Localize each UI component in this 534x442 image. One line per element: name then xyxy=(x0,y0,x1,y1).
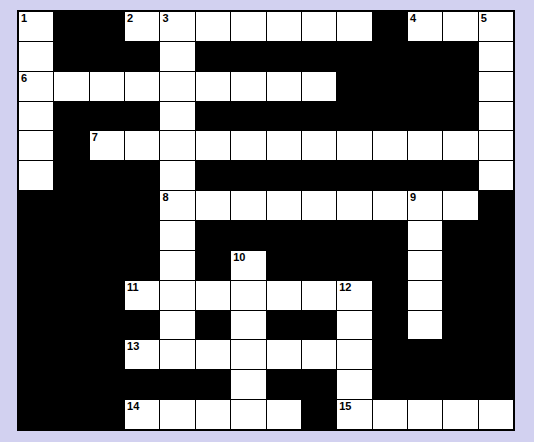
white-cell-r4c10[interactable] xyxy=(373,131,407,160)
white-cell-r4c13[interactable] xyxy=(479,131,513,160)
white-cell-r1c4[interactable] xyxy=(160,42,194,71)
white-cell-r2c5[interactable] xyxy=(196,72,230,101)
white-cell-r0c8[interactable] xyxy=(302,12,336,41)
white-cell-r0c9[interactable] xyxy=(337,12,371,41)
black-cell-r12c8 xyxy=(302,370,336,399)
white-cell-r13c12[interactable] xyxy=(443,400,477,429)
black-cell-r3c3 xyxy=(125,102,159,131)
white-cell-r3c13[interactable] xyxy=(479,102,513,131)
black-cell-r7c12 xyxy=(443,221,477,250)
black-cell-r3c8 xyxy=(302,102,336,131)
black-cell-r6c1 xyxy=(54,191,88,220)
black-cell-r11c13 xyxy=(479,340,513,369)
black-cell-r12c0 xyxy=(19,370,53,399)
white-cell-r11c3[interactable]: 13 xyxy=(125,340,159,369)
black-cell-r5c7 xyxy=(267,161,301,190)
black-cell-r0c2 xyxy=(90,12,124,41)
black-cell-r7c7 xyxy=(267,221,301,250)
white-cell-r9c8[interactable] xyxy=(302,281,336,310)
black-cell-r5c11 xyxy=(408,161,442,190)
black-cell-r5c12 xyxy=(443,161,477,190)
white-cell-r0c0[interactable]: 1 xyxy=(19,12,53,41)
black-cell-r8c7 xyxy=(267,251,301,280)
black-cell-r3c10 xyxy=(373,102,407,131)
white-cell-r6c12[interactable] xyxy=(443,191,477,220)
white-cell-r1c0[interactable] xyxy=(19,42,53,71)
white-cell-r5c0[interactable] xyxy=(19,161,53,190)
clue-number-8: 8 xyxy=(162,191,168,204)
black-cell-r13c8 xyxy=(302,400,336,429)
crossword-grid: 123456789101112131415 xyxy=(17,10,515,431)
clue-number-15: 15 xyxy=(339,400,351,413)
black-cell-r7c10 xyxy=(373,221,407,250)
black-cell-r8c13 xyxy=(479,251,513,280)
white-cell-r4c4[interactable] xyxy=(160,131,194,160)
white-cell-r13c9[interactable]: 15 xyxy=(337,400,371,429)
black-cell-r0c1 xyxy=(54,12,88,41)
page-background: { "game": "crossword", "grid_size": { "r… xyxy=(0,0,534,442)
white-cell-r0c13[interactable]: 5 xyxy=(479,12,513,41)
black-cell-r7c8 xyxy=(302,221,336,250)
black-cell-r12c2 xyxy=(90,370,124,399)
black-cell-r12c4 xyxy=(160,370,194,399)
black-cell-r10c10 xyxy=(373,311,407,340)
white-cell-r2c4[interactable] xyxy=(160,72,194,101)
white-cell-r4c8[interactable] xyxy=(302,131,336,160)
black-cell-r5c2 xyxy=(90,161,124,190)
white-cell-r9c9[interactable]: 12 xyxy=(337,281,371,310)
black-cell-r10c2 xyxy=(90,311,124,340)
white-cell-r10c11[interactable] xyxy=(408,311,442,340)
white-cell-r2c13[interactable] xyxy=(479,72,513,101)
black-cell-r5c10 xyxy=(373,161,407,190)
black-cell-r10c7 xyxy=(267,311,301,340)
black-cell-r1c8 xyxy=(302,42,336,71)
white-cell-r13c10[interactable] xyxy=(373,400,407,429)
white-cell-r12c6[interactable] xyxy=(231,370,265,399)
white-cell-r4c0[interactable] xyxy=(19,131,53,160)
black-cell-r12c5 xyxy=(196,370,230,399)
white-cell-r4c2[interactable]: 7 xyxy=(90,131,124,160)
black-cell-r2c9 xyxy=(337,72,371,101)
black-cell-r12c13 xyxy=(479,370,513,399)
black-cell-r10c8 xyxy=(302,311,336,340)
white-cell-r13c7[interactable] xyxy=(267,400,301,429)
white-cell-r4c3[interactable] xyxy=(125,131,159,160)
white-cell-r9c3[interactable]: 11 xyxy=(125,281,159,310)
white-cell-r13c6[interactable] xyxy=(231,400,265,429)
white-cell-r4c7[interactable] xyxy=(267,131,301,160)
white-cell-r9c11[interactable] xyxy=(408,281,442,310)
clue-number-7: 7 xyxy=(92,131,98,144)
black-cell-r7c1 xyxy=(54,221,88,250)
black-cell-r5c8 xyxy=(302,161,336,190)
black-cell-r5c1 xyxy=(54,161,88,190)
black-cell-r13c0 xyxy=(19,400,53,429)
black-cell-r12c10 xyxy=(373,370,407,399)
white-cell-r2c8[interactable] xyxy=(302,72,336,101)
black-cell-r3c7 xyxy=(267,102,301,131)
white-cell-r10c6[interactable] xyxy=(231,311,265,340)
white-cell-r6c8[interactable] xyxy=(302,191,336,220)
black-cell-r8c10 xyxy=(373,251,407,280)
white-cell-r6c9[interactable] xyxy=(337,191,371,220)
white-cell-r1c13[interactable] xyxy=(479,42,513,71)
white-cell-r2c7[interactable] xyxy=(267,72,301,101)
black-cell-r3c1 xyxy=(54,102,88,131)
black-cell-r0c10 xyxy=(373,12,407,41)
white-cell-r4c12[interactable] xyxy=(443,131,477,160)
black-cell-r9c2 xyxy=(90,281,124,310)
black-cell-r7c0 xyxy=(19,221,53,250)
white-cell-r13c11[interactable] xyxy=(408,400,442,429)
white-cell-r2c3[interactable] xyxy=(125,72,159,101)
black-cell-r7c3 xyxy=(125,221,159,250)
clue-number-11: 11 xyxy=(127,281,139,294)
white-cell-r4c5[interactable] xyxy=(196,131,230,160)
black-cell-r1c1 xyxy=(54,42,88,71)
black-cell-r10c0 xyxy=(19,311,53,340)
clue-number-12: 12 xyxy=(339,281,351,294)
black-cell-r5c3 xyxy=(125,161,159,190)
black-cell-r1c7 xyxy=(267,42,301,71)
black-cell-r8c3 xyxy=(125,251,159,280)
white-cell-r7c4[interactable] xyxy=(160,221,194,250)
black-cell-r2c11 xyxy=(408,72,442,101)
black-cell-r1c9 xyxy=(337,42,371,71)
black-cell-r11c0 xyxy=(19,340,53,369)
black-cell-r13c1 xyxy=(54,400,88,429)
black-cell-r6c0 xyxy=(19,191,53,220)
clue-number-3: 3 xyxy=(162,12,168,25)
black-cell-r11c12 xyxy=(443,340,477,369)
white-cell-r6c10[interactable] xyxy=(373,191,407,220)
black-cell-r1c3 xyxy=(125,42,159,71)
white-cell-r2c6[interactable] xyxy=(231,72,265,101)
black-cell-r8c5 xyxy=(196,251,230,280)
black-cell-r1c12 xyxy=(443,42,477,71)
black-cell-r7c5 xyxy=(196,221,230,250)
white-cell-r0c7[interactable] xyxy=(267,12,301,41)
white-cell-r11c7[interactable] xyxy=(267,340,301,369)
black-cell-r10c5 xyxy=(196,311,230,340)
black-cell-r8c2 xyxy=(90,251,124,280)
black-cell-r8c0 xyxy=(19,251,53,280)
black-cell-r1c5 xyxy=(196,42,230,71)
black-cell-r9c1 xyxy=(54,281,88,310)
black-cell-r3c6 xyxy=(231,102,265,131)
clue-number-1: 1 xyxy=(21,12,27,25)
black-cell-r7c13 xyxy=(479,221,513,250)
white-cell-r9c5[interactable] xyxy=(196,281,230,310)
white-cell-r2c0[interactable]: 6 xyxy=(19,72,53,101)
white-cell-r9c4[interactable] xyxy=(160,281,194,310)
black-cell-r5c6 xyxy=(231,161,265,190)
white-cell-r12c9[interactable] xyxy=(337,370,371,399)
black-cell-r5c9 xyxy=(337,161,371,190)
black-cell-r2c10 xyxy=(373,72,407,101)
clue-number-9: 9 xyxy=(410,191,416,204)
clue-number-14: 14 xyxy=(127,400,139,413)
black-cell-r6c13 xyxy=(479,191,513,220)
clue-number-2: 2 xyxy=(127,12,133,25)
white-cell-r6c7[interactable] xyxy=(267,191,301,220)
white-cell-r13c13[interactable] xyxy=(479,400,513,429)
clue-number-5: 5 xyxy=(481,12,487,25)
black-cell-r1c6 xyxy=(231,42,265,71)
white-cell-r13c3[interactable]: 14 xyxy=(125,400,159,429)
white-cell-r0c4[interactable]: 3 xyxy=(160,12,194,41)
black-cell-r9c13 xyxy=(479,281,513,310)
black-cell-r13c2 xyxy=(90,400,124,429)
black-cell-r8c8 xyxy=(302,251,336,280)
black-cell-r11c1 xyxy=(54,340,88,369)
clue-number-13: 13 xyxy=(127,340,139,353)
black-cell-r9c10 xyxy=(373,281,407,310)
black-cell-r3c5 xyxy=(196,102,230,131)
black-cell-r9c0 xyxy=(19,281,53,310)
white-cell-r4c9[interactable] xyxy=(337,131,371,160)
white-cell-r4c6[interactable] xyxy=(231,131,265,160)
white-cell-r9c7[interactable] xyxy=(267,281,301,310)
black-cell-r12c11 xyxy=(408,370,442,399)
white-cell-r11c5[interactable] xyxy=(196,340,230,369)
black-cell-r6c2 xyxy=(90,191,124,220)
white-cell-r11c6[interactable] xyxy=(231,340,265,369)
black-cell-r3c2 xyxy=(90,102,124,131)
white-cell-r6c4[interactable]: 8 xyxy=(160,191,194,220)
clue-number-4: 4 xyxy=(410,12,416,25)
white-cell-r5c4[interactable] xyxy=(160,161,194,190)
black-cell-r1c2 xyxy=(90,42,124,71)
black-cell-r10c13 xyxy=(479,311,513,340)
black-cell-r3c9 xyxy=(337,102,371,131)
black-cell-r11c2 xyxy=(90,340,124,369)
black-cell-r12c12 xyxy=(443,370,477,399)
black-cell-r1c10 xyxy=(373,42,407,71)
black-cell-r1c11 xyxy=(408,42,442,71)
black-cell-r3c11 xyxy=(408,102,442,131)
white-cell-r5c13[interactable] xyxy=(479,161,513,190)
black-cell-r9c12 xyxy=(443,281,477,310)
white-cell-r0c6[interactable] xyxy=(231,12,265,41)
black-cell-r7c6 xyxy=(231,221,265,250)
black-cell-r11c11 xyxy=(408,340,442,369)
black-cell-r7c9 xyxy=(337,221,371,250)
white-cell-r11c8[interactable] xyxy=(302,340,336,369)
black-cell-r7c2 xyxy=(90,221,124,250)
white-cell-r13c5[interactable] xyxy=(196,400,230,429)
white-cell-r0c5[interactable] xyxy=(196,12,230,41)
white-cell-r11c9[interactable] xyxy=(337,340,371,369)
white-cell-r10c9[interactable] xyxy=(337,311,371,340)
white-cell-r0c12[interactable] xyxy=(443,12,477,41)
black-cell-r6c3 xyxy=(125,191,159,220)
white-cell-r6c6[interactable] xyxy=(231,191,265,220)
black-cell-r2c12 xyxy=(443,72,477,101)
black-cell-r10c1 xyxy=(54,311,88,340)
white-cell-r13c4[interactable] xyxy=(160,400,194,429)
white-cell-r6c11[interactable]: 9 xyxy=(408,191,442,220)
black-cell-r12c3 xyxy=(125,370,159,399)
white-cell-r2c2[interactable] xyxy=(90,72,124,101)
white-cell-r7c11[interactable] xyxy=(408,221,442,250)
white-cell-r11c4[interactable] xyxy=(160,340,194,369)
black-cell-r10c3 xyxy=(125,311,159,340)
black-cell-r8c9 xyxy=(337,251,371,280)
white-cell-r3c4[interactable] xyxy=(160,102,194,131)
black-cell-r11c10 xyxy=(373,340,407,369)
white-cell-r8c6[interactable]: 10 xyxy=(231,251,265,280)
black-cell-r8c12 xyxy=(443,251,477,280)
white-cell-r8c4[interactable] xyxy=(160,251,194,280)
white-cell-r0c11[interactable]: 4 xyxy=(408,12,442,41)
black-cell-r12c7 xyxy=(267,370,301,399)
black-cell-r10c12 xyxy=(443,311,477,340)
white-cell-r3c0[interactable] xyxy=(19,102,53,131)
clue-number-6: 6 xyxy=(21,72,27,85)
white-cell-r9c6[interactable] xyxy=(231,281,265,310)
white-cell-r8c11[interactable] xyxy=(408,251,442,280)
white-cell-r10c4[interactable] xyxy=(160,311,194,340)
black-cell-r5c5 xyxy=(196,161,230,190)
black-cell-r8c1 xyxy=(54,251,88,280)
white-cell-r0c3[interactable]: 2 xyxy=(125,12,159,41)
black-cell-r3c12 xyxy=(443,102,477,131)
black-cell-r12c1 xyxy=(54,370,88,399)
black-cell-r4c1 xyxy=(54,131,88,160)
white-cell-r4c11[interactable] xyxy=(408,131,442,160)
clue-number-10: 10 xyxy=(233,251,245,264)
white-cell-r2c1[interactable] xyxy=(54,72,88,101)
white-cell-r6c5[interactable] xyxy=(196,191,230,220)
